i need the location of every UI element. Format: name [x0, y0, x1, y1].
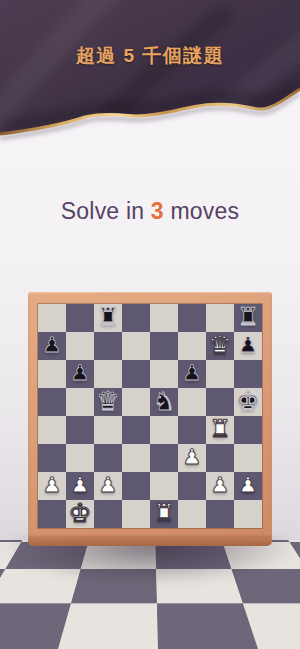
square-g2[interactable]: ♟: [206, 472, 234, 500]
square-g1[interactable]: [206, 500, 234, 528]
square-f4[interactable]: [178, 416, 206, 444]
square-b8[interactable]: [66, 304, 94, 332]
square-h1[interactable]: [234, 500, 262, 528]
square-e1[interactable]: ♜: [150, 500, 178, 528]
curtain-graphic: [0, 0, 300, 150]
chess-board[interactable]: ♜♜♟♛♟♟♟♛♞♚♜♟♟♟♟♟♟♚♜: [28, 292, 272, 546]
square-g4[interactable]: ♜: [206, 416, 234, 444]
square-g7[interactable]: ♛: [206, 332, 234, 360]
white-pawn[interactable]: ♟: [99, 475, 118, 496]
headline-move-count: 3: [151, 198, 164, 224]
square-c7[interactable]: [94, 332, 122, 360]
square-d7[interactable]: [122, 332, 150, 360]
square-f7[interactable]: [178, 332, 206, 360]
square-c4[interactable]: [94, 416, 122, 444]
square-h8[interactable]: ♜: [234, 304, 262, 332]
black-queen[interactable]: ♛: [96, 388, 119, 414]
white-rook[interactable]: ♜: [209, 417, 231, 441]
square-f6[interactable]: ♟: [178, 360, 206, 388]
headline-suffix: moves: [164, 198, 239, 224]
square-e3[interactable]: [150, 444, 178, 472]
square-h2[interactable]: ♟: [234, 472, 262, 500]
square-f3[interactable]: ♟: [178, 444, 206, 472]
board-grid: ♜♜♟♛♟♟♟♛♞♚♜♟♟♟♟♟♟♚♜: [38, 304, 262, 528]
square-d6[interactable]: [122, 360, 150, 388]
white-rook[interactable]: ♜: [153, 501, 175, 525]
square-b6[interactable]: ♟: [66, 360, 94, 388]
square-c5[interactable]: ♛: [94, 388, 122, 416]
app-promo-screenshot: 超過 5 千個謎題 Solve in 3 moves ♜♜♟♛♟♟♟♛♞♚♜♟♟…: [0, 0, 300, 649]
square-f8[interactable]: [178, 304, 206, 332]
white-pawn[interactable]: ♟: [71, 475, 90, 496]
square-c1[interactable]: [94, 500, 122, 528]
white-pawn[interactable]: ♟: [43, 475, 62, 496]
promo-banner: 超過 5 千個謎題: [0, 0, 300, 150]
square-a4[interactable]: [38, 416, 66, 444]
square-a3[interactable]: [38, 444, 66, 472]
square-g6[interactable]: [206, 360, 234, 388]
square-e6[interactable]: [150, 360, 178, 388]
black-pawn[interactable]: ♟: [71, 363, 90, 384]
square-a7[interactable]: ♟: [38, 332, 66, 360]
square-d1[interactable]: [122, 500, 150, 528]
square-g5[interactable]: [206, 388, 234, 416]
square-a5[interactable]: [38, 388, 66, 416]
black-king[interactable]: ♚: [236, 388, 259, 414]
white-pawn[interactable]: ♟: [239, 475, 258, 496]
banner-title: 超過 5 千個謎題: [0, 43, 300, 69]
square-g3[interactable]: [206, 444, 234, 472]
square-f5[interactable]: [178, 388, 206, 416]
square-c2[interactable]: ♟: [94, 472, 122, 500]
black-pawn[interactable]: ♟: [43, 335, 62, 356]
puzzle-headline: Solve in 3 moves: [0, 198, 300, 225]
black-rook[interactable]: ♜: [237, 305, 259, 329]
square-b4[interactable]: [66, 416, 94, 444]
square-h4[interactable]: [234, 416, 262, 444]
white-pawn[interactable]: ♟: [183, 447, 202, 468]
board-frame: ♜♜♟♛♟♟♟♛♞♚♜♟♟♟♟♟♟♚♜: [28, 292, 272, 538]
square-c8[interactable]: ♜: [94, 304, 122, 332]
white-king[interactable]: ♚: [68, 500, 91, 526]
white-pawn[interactable]: ♟: [211, 475, 230, 496]
square-b7[interactable]: [66, 332, 94, 360]
square-h5[interactable]: ♚: [234, 388, 262, 416]
headline-prefix: Solve in: [61, 198, 151, 224]
square-a6[interactable]: [38, 360, 66, 388]
square-e4[interactable]: [150, 416, 178, 444]
square-a8[interactable]: [38, 304, 66, 332]
square-d8[interactable]: [122, 304, 150, 332]
square-b2[interactable]: ♟: [66, 472, 94, 500]
black-pawn[interactable]: ♟: [183, 363, 202, 384]
black-pawn[interactable]: ♟: [239, 335, 258, 356]
square-h6[interactable]: [234, 360, 262, 388]
square-d2[interactable]: [122, 472, 150, 500]
square-a1[interactable]: [38, 500, 66, 528]
square-a2[interactable]: ♟: [38, 472, 66, 500]
black-knight[interactable]: ♞: [153, 389, 175, 414]
square-d5[interactable]: [122, 388, 150, 416]
square-h3[interactable]: [234, 444, 262, 472]
square-g8[interactable]: [206, 304, 234, 332]
square-h7[interactable]: ♟: [234, 332, 262, 360]
black-rook[interactable]: ♜: [97, 305, 119, 329]
square-e7[interactable]: [150, 332, 178, 360]
square-c3[interactable]: [94, 444, 122, 472]
square-b5[interactable]: [66, 388, 94, 416]
square-b1[interactable]: ♚: [66, 500, 94, 528]
square-e2[interactable]: [150, 472, 178, 500]
square-f2[interactable]: [178, 472, 206, 500]
white-queen[interactable]: ♛: [208, 332, 231, 358]
board-frame-edge: [28, 538, 272, 546]
square-f1[interactable]: [178, 500, 206, 528]
square-e8[interactable]: [150, 304, 178, 332]
square-d4[interactable]: [122, 416, 150, 444]
square-e5[interactable]: ♞: [150, 388, 178, 416]
square-b3[interactable]: [66, 444, 94, 472]
square-c6[interactable]: [94, 360, 122, 388]
square-d3[interactable]: [122, 444, 150, 472]
